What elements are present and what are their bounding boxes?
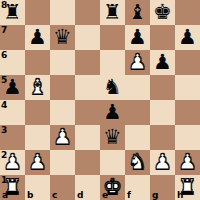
square-b2[interactable]: ♟ — [25, 150, 50, 175]
square-a5[interactable]: 5♟ — [0, 75, 25, 100]
square-g6[interactable]: ♟ — [150, 50, 175, 75]
square-d6[interactable] — [75, 50, 100, 75]
square-e6[interactable] — [100, 50, 125, 75]
rank-label-7: 7 — [1, 25, 7, 35]
square-h4[interactable] — [175, 100, 200, 125]
square-h2[interactable]: ♟ — [175, 150, 200, 175]
square-f5[interactable] — [125, 75, 150, 100]
file-label-d: d — [77, 191, 83, 200]
white-knight-piece: ♞ — [125, 150, 150, 175]
chess-board: 8♜♜♝♚7♟♛♟♟6♟♟5♟♝♞4♟3♟♛2♟♟♞♟♟1a♜bcde♚fgh♜ — [0, 0, 200, 200]
file-label-h: h — [177, 191, 183, 200]
black-pawn-piece: ♟ — [25, 25, 50, 50]
black-queen-piece: ♛ — [50, 25, 75, 50]
square-c5[interactable] — [50, 75, 75, 100]
square-d2[interactable] — [75, 150, 100, 175]
square-g8[interactable]: ♚ — [150, 0, 175, 25]
square-c7[interactable]: ♛ — [50, 25, 75, 50]
square-b3[interactable] — [25, 125, 50, 150]
square-f3[interactable] — [125, 125, 150, 150]
rank-label-6: 6 — [1, 50, 7, 60]
rank-label-8: 8 — [1, 0, 7, 10]
file-label-c: c — [52, 191, 57, 200]
square-c3[interactable]: ♟ — [50, 125, 75, 150]
white-pawn-piece: ♟ — [125, 50, 150, 75]
square-g2[interactable]: ♟ — [150, 150, 175, 175]
square-e4[interactable]: ♟ — [100, 100, 125, 125]
square-b4[interactable] — [25, 100, 50, 125]
rank-label-3: 3 — [1, 125, 7, 135]
square-f6[interactable]: ♟ — [125, 50, 150, 75]
square-b5[interactable]: ♝ — [25, 75, 50, 100]
square-a3[interactable]: 3 — [0, 125, 25, 150]
square-c6[interactable] — [50, 50, 75, 75]
rank-label-2: 2 — [1, 150, 7, 160]
square-d7[interactable] — [75, 25, 100, 50]
square-a4[interactable]: 4 — [0, 100, 25, 125]
square-a1[interactable]: 1a♜ — [0, 175, 25, 200]
black-pawn-piece: ♟ — [175, 25, 200, 50]
square-b7[interactable]: ♟ — [25, 25, 50, 50]
square-f4[interactable] — [125, 100, 150, 125]
rank-label-5: 5 — [1, 75, 7, 85]
square-c2[interactable] — [50, 150, 75, 175]
file-label-g: g — [152, 191, 158, 200]
square-f8[interactable]: ♝ — [125, 0, 150, 25]
square-d5[interactable] — [75, 75, 100, 100]
square-h1[interactable]: h♜ — [175, 175, 200, 200]
square-c1[interactable]: c — [50, 175, 75, 200]
square-c4[interactable] — [50, 100, 75, 125]
square-c8[interactable] — [50, 0, 75, 25]
black-pawn-piece: ♟ — [150, 50, 175, 75]
square-a6[interactable]: 6 — [0, 50, 25, 75]
square-h6[interactable] — [175, 50, 200, 75]
square-g3[interactable] — [150, 125, 175, 150]
white-pawn-piece: ♟ — [50, 125, 75, 150]
square-f1[interactable]: f — [125, 175, 150, 200]
file-label-a: a — [2, 191, 8, 200]
square-d4[interactable] — [75, 100, 100, 125]
square-a2[interactable]: 2♟ — [0, 150, 25, 175]
square-g5[interactable] — [150, 75, 175, 100]
square-b8[interactable] — [25, 0, 50, 25]
rank-label-1: 1 — [1, 175, 7, 185]
white-bishop-piece: ♝ — [25, 75, 50, 100]
square-d3[interactable] — [75, 125, 100, 150]
white-pawn-piece: ♟ — [175, 150, 200, 175]
square-g1[interactable]: g — [150, 175, 175, 200]
square-e2[interactable] — [100, 150, 125, 175]
file-label-e: e — [102, 191, 108, 200]
square-b6[interactable] — [25, 50, 50, 75]
black-rook-piece: ♜ — [100, 0, 125, 25]
square-g7[interactable] — [150, 25, 175, 50]
black-king-piece: ♚ — [150, 0, 175, 25]
square-e5[interactable]: ♞ — [100, 75, 125, 100]
square-e1[interactable]: e♚ — [100, 175, 125, 200]
square-a8[interactable]: 8♜ — [0, 0, 25, 25]
rank-label-4: 4 — [1, 100, 7, 110]
square-d1[interactable]: d — [75, 175, 100, 200]
square-h3[interactable] — [175, 125, 200, 150]
file-label-b: b — [27, 191, 33, 200]
square-b1[interactable]: b — [25, 175, 50, 200]
black-bishop-piece: ♝ — [125, 0, 150, 25]
square-g4[interactable] — [150, 100, 175, 125]
black-pawn-piece: ♟ — [125, 25, 150, 50]
square-e8[interactable]: ♜ — [100, 0, 125, 25]
square-e3[interactable]: ♛ — [100, 125, 125, 150]
chess-diagram: 8♜♜♝♚7♟♛♟♟6♟♟5♟♝♞4♟3♟♛2♟♟♞♟♟1a♜bcde♚fgh♜ — [0, 0, 200, 200]
white-pawn-piece: ♟ — [150, 150, 175, 175]
square-h5[interactable] — [175, 75, 200, 100]
black-queen-piece: ♛ — [100, 125, 125, 150]
square-e7[interactable] — [100, 25, 125, 50]
black-knight-piece: ♞ — [100, 75, 125, 100]
square-h7[interactable]: ♟ — [175, 25, 200, 50]
black-pawn-piece: ♟ — [100, 100, 125, 125]
square-a7[interactable]: 7 — [0, 25, 25, 50]
square-d8[interactable] — [75, 0, 100, 25]
square-h8[interactable] — [175, 0, 200, 25]
white-pawn-piece: ♟ — [25, 150, 50, 175]
file-label-f: f — [127, 191, 131, 200]
square-f7[interactable]: ♟ — [125, 25, 150, 50]
square-f2[interactable]: ♞ — [125, 150, 150, 175]
